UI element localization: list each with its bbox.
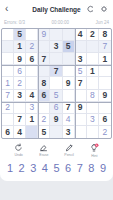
cell-r3c2[interactable]: 9 (14, 53, 26, 65)
undo-label: Undo (14, 153, 22, 157)
cell-r3c3[interactable]: 6 (26, 53, 38, 65)
cell-r8c4[interactable]: 2 (38, 114, 50, 126)
cell-r1c4[interactable]: 9 (38, 29, 50, 41)
numpad-key-4[interactable]: 4 (40, 162, 50, 175)
cell-r6c2[interactable]: 3 (14, 90, 26, 102)
undo-button[interactable]: Undo (10, 143, 28, 158)
sudoku-board: 5942812357967316751128977346589236797129… (1, 28, 112, 139)
main-card: ‹ Daily Challenge (0, 0, 113, 181)
cell-r4c6[interactable] (63, 65, 75, 77)
cell-r4c7[interactable]: 5 (75, 65, 87, 77)
numpad-key-6[interactable]: 6 (63, 162, 73, 175)
cell-r9c1[interactable]: 6 (2, 126, 14, 138)
cell-r7c5[interactable]: 6 (50, 102, 62, 114)
cell-r3c6[interactable] (63, 53, 75, 65)
cell-r9c5[interactable] (50, 126, 62, 138)
numpad-key-2[interactable]: 2 (17, 162, 27, 175)
numpad-key-1[interactable]: 1 (5, 162, 15, 175)
hint-label: Hint (91, 154, 97, 158)
cell-r3c7[interactable]: 3 (75, 53, 87, 65)
cell-r5c5[interactable] (50, 77, 62, 89)
cell-r5c1[interactable]: 1 (2, 77, 14, 89)
eraser-icon (39, 143, 48, 152)
cell-r5c4[interactable]: 8 (38, 77, 50, 89)
erase-label: Erase (39, 153, 48, 157)
cell-r8c1[interactable] (2, 114, 14, 126)
settings-gear-icon[interactable] (100, 5, 108, 13)
cell-r2c9[interactable]: 7 (99, 41, 111, 53)
cell-r5c9[interactable] (99, 77, 111, 89)
cell-r7c4[interactable] (38, 102, 50, 114)
timer: 00:00:00 (51, 20, 69, 25)
cell-r3c4[interactable]: 7 (38, 53, 50, 65)
cell-r2c1[interactable] (2, 41, 14, 53)
back-button[interactable]: ‹ (5, 4, 15, 14)
cell-r4c9[interactable] (99, 65, 111, 77)
cell-r8c7[interactable] (75, 114, 87, 126)
cell-r1c9[interactable]: 8 (99, 29, 111, 41)
cell-r1c5[interactable] (50, 29, 62, 41)
cell-r6c1[interactable]: 7 (2, 90, 14, 102)
undo-icon (14, 143, 23, 152)
cell-r4c3[interactable] (26, 65, 38, 77)
cell-r5c7[interactable]: 7 (75, 77, 87, 89)
cell-r5c6[interactable]: 9 (63, 77, 75, 89)
cell-r1c2[interactable]: 5 (14, 29, 26, 41)
cell-r8c5[interactable]: 9 (50, 114, 62, 126)
cell-r7c9[interactable] (99, 102, 111, 114)
cell-r5c3[interactable] (26, 77, 38, 89)
cell-r4c1[interactable] (2, 65, 14, 77)
cell-r8c8[interactable]: 3 (87, 114, 99, 126)
cell-r2c6[interactable]: 5 (63, 41, 75, 53)
cell-r2c8[interactable] (87, 41, 99, 53)
cell-r9c2[interactable]: 4 (14, 126, 26, 138)
phone-icon[interactable] (87, 5, 95, 13)
cell-r7c6[interactable]: 7 (63, 102, 75, 114)
numpad-key-5[interactable]: 5 (52, 162, 62, 175)
cell-r4c4[interactable] (38, 65, 50, 77)
cell-r6c4[interactable]: 6 (38, 90, 50, 102)
cell-r9c8[interactable] (87, 126, 99, 138)
cell-r8c9[interactable]: 6 (99, 114, 111, 126)
cell-r4c2[interactable]: 6 (14, 65, 26, 77)
cell-r2c7[interactable] (75, 41, 87, 53)
cell-r7c1[interactable]: 2 (2, 102, 14, 114)
challenge-date: Jun 24 (95, 20, 109, 25)
cell-r7c8[interactable] (87, 102, 99, 114)
numpad-key-3[interactable]: 3 (28, 162, 38, 175)
cell-r8c3[interactable]: 1 (26, 114, 38, 126)
pencil-icon (65, 143, 74, 152)
cell-r6c8[interactable]: 8 (87, 90, 99, 102)
pencil-button[interactable]: Pencil (60, 143, 78, 158)
cell-r9c4[interactable]: 5 (38, 126, 50, 138)
cell-r6c6[interactable] (63, 90, 75, 102)
cell-r1c6[interactable] (63, 29, 75, 41)
toolbar: Undo Erase Pencil (0, 139, 113, 159)
pencil-label: Pencil (64, 153, 74, 157)
cell-r9c3[interactable] (26, 126, 38, 138)
hint-button[interactable]: Hint (85, 143, 103, 158)
cell-r1c3[interactable] (26, 29, 38, 41)
numpad-key-8[interactable]: 8 (86, 162, 96, 175)
cell-r6c5[interactable]: 5 (50, 90, 62, 102)
status-row: Errors: 0/3 00:00:00 Jun 24 (0, 16, 113, 28)
board-wrap: 5942812357967316751128977346589236797129… (1, 28, 112, 139)
cell-r6c9[interactable]: 9 (99, 90, 111, 102)
cell-r1c8[interactable]: 2 (87, 29, 99, 41)
lightbulb-icon (89, 143, 99, 153)
cell-r8c2[interactable]: 7 (14, 114, 26, 126)
cell-r7c3[interactable]: 3 (26, 102, 38, 114)
numpad-key-7[interactable]: 7 (75, 162, 85, 175)
cell-r1c1[interactable] (2, 29, 14, 41)
number-pad: 123456789 (0, 159, 113, 177)
cell-r2c2[interactable]: 1 (14, 41, 26, 53)
cell-r2c4[interactable] (38, 41, 50, 53)
cell-r9c9[interactable]: 2 (99, 126, 111, 138)
header-bar: ‹ Daily Challenge (0, 0, 113, 16)
cell-r7c7[interactable]: 9 (75, 102, 87, 114)
numpad-key-9[interactable]: 9 (98, 162, 108, 175)
cell-r2c3[interactable]: 2 (26, 41, 38, 53)
cell-r7c2[interactable] (14, 102, 26, 114)
cell-r6c7[interactable] (75, 90, 87, 102)
cell-r1c7[interactable]: 4 (75, 29, 87, 41)
sudoku-app-screen: ‹ Daily Challenge (0, 0, 113, 200)
cell-r9c6[interactable]: 3 (63, 126, 75, 138)
cell-r6c3[interactable]: 4 (26, 90, 38, 102)
errors-counter: Errors: 0/3 (4, 20, 25, 25)
cell-r3c5[interactable] (50, 53, 62, 65)
cell-r2c5[interactable]: 3 (50, 41, 62, 53)
cell-r8c6[interactable]: 4 (63, 114, 75, 126)
cell-r4c5[interactable]: 7 (50, 65, 62, 77)
cell-r5c2[interactable]: 2 (14, 77, 26, 89)
cell-r3c1[interactable] (2, 53, 14, 65)
cell-r3c8[interactable] (87, 53, 99, 65)
cell-r4c8[interactable]: 1 (87, 65, 99, 77)
cell-r5c8[interactable] (87, 77, 99, 89)
erase-button[interactable]: Erase (35, 143, 53, 158)
cell-r9c7[interactable] (75, 126, 87, 138)
cell-r3c9[interactable]: 1 (99, 53, 111, 65)
